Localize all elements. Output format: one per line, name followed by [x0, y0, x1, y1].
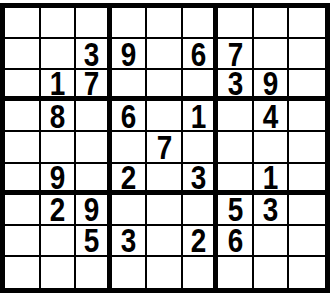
- cell-r7c7: 5: [218, 195, 254, 226]
- cell-r1c3[interactable]: [76, 8, 112, 39]
- cell-r7c2: 2: [41, 195, 77, 226]
- cell-r5c4[interactable]: [112, 132, 148, 163]
- cell-r4c4: 6: [112, 101, 148, 132]
- cell-r8c5[interactable]: [147, 226, 183, 257]
- given-digit: 9: [84, 195, 100, 226]
- given-digit: 5: [84, 226, 100, 257]
- given-digit: 2: [190, 226, 206, 257]
- cell-r9c8[interactable]: [254, 257, 290, 288]
- cell-r2c6: 6: [183, 39, 219, 70]
- given-digit: 9: [263, 70, 279, 100]
- cell-r9c5[interactable]: [147, 257, 183, 288]
- cell-r2c3: 3: [76, 39, 112, 70]
- given-digit: 7: [84, 70, 100, 100]
- cell-r4c8: 4: [254, 101, 290, 132]
- cell-r3c9[interactable]: [289, 70, 325, 101]
- cell-r2c9[interactable]: [289, 39, 325, 70]
- cell-r5c6[interactable]: [183, 132, 219, 163]
- cell-r8c4: 3: [112, 226, 148, 257]
- cell-r4c7[interactable]: [218, 101, 254, 132]
- cell-r1c6[interactable]: [183, 8, 219, 39]
- cell-r5c5: 7: [147, 132, 183, 163]
- given-digit: 3: [121, 226, 137, 257]
- cell-r9c6[interactable]: [183, 257, 219, 288]
- cell-r4c3[interactable]: [76, 101, 112, 132]
- cell-r4c2: 8: [41, 101, 77, 132]
- cell-r2c7: 7: [218, 39, 254, 70]
- cell-r5c3[interactable]: [76, 132, 112, 163]
- cell-r3c6[interactable]: [183, 70, 219, 101]
- cell-r6c3[interactable]: [76, 164, 112, 195]
- cell-r8c6: 2: [183, 226, 219, 257]
- cell-r2c4: 9: [112, 39, 148, 70]
- cell-r4c9[interactable]: [289, 101, 325, 132]
- given-digit: 9: [121, 39, 137, 70]
- given-digit: 9: [50, 164, 66, 194]
- cell-r7c5[interactable]: [147, 195, 183, 226]
- cell-r2c5[interactable]: [147, 39, 183, 70]
- cell-r9c7[interactable]: [218, 257, 254, 288]
- cell-r8c8[interactable]: [254, 226, 290, 257]
- cell-r8c7: 6: [218, 226, 254, 257]
- cell-r8c9[interactable]: [289, 226, 325, 257]
- cell-r7c1[interactable]: [5, 195, 41, 226]
- sudoku-board: 3967173986147923129535326: [0, 3, 330, 293]
- cell-r3c2: 1: [41, 70, 77, 101]
- given-digit: 6: [190, 39, 206, 70]
- cell-r6c4: 2: [112, 164, 148, 195]
- cell-r3c4[interactable]: [112, 70, 148, 101]
- cell-r9c3[interactable]: [76, 257, 112, 288]
- cell-r6c1[interactable]: [5, 164, 41, 195]
- cell-r1c2[interactable]: [41, 8, 77, 39]
- given-digit: 3: [190, 164, 206, 194]
- cell-r4c6: 1: [183, 101, 219, 132]
- cell-r8c3: 5: [76, 226, 112, 257]
- cell-r1c5[interactable]: [147, 8, 183, 39]
- given-digit: 8: [50, 101, 66, 132]
- cell-r6c2: 9: [41, 164, 77, 195]
- cell-r8c2[interactable]: [41, 226, 77, 257]
- cell-r5c7[interactable]: [218, 132, 254, 163]
- cell-r2c8[interactable]: [254, 39, 290, 70]
- cell-r8c1[interactable]: [5, 226, 41, 257]
- given-digit: 7: [156, 132, 172, 163]
- cell-r2c1[interactable]: [5, 39, 41, 70]
- given-digit: 5: [227, 195, 243, 226]
- cell-r2c2[interactable]: [41, 39, 77, 70]
- given-digit: 1: [50, 70, 66, 100]
- cell-r1c1[interactable]: [5, 8, 41, 39]
- given-digit: 3: [227, 70, 243, 100]
- given-digit: 2: [121, 164, 137, 194]
- cell-r5c8[interactable]: [254, 132, 290, 163]
- cell-r3c5[interactable]: [147, 70, 183, 101]
- given-digit: 3: [263, 195, 279, 226]
- cell-r4c5[interactable]: [147, 101, 183, 132]
- cell-r9c4[interactable]: [112, 257, 148, 288]
- given-digit: 1: [263, 164, 279, 194]
- cell-r1c7[interactable]: [218, 8, 254, 39]
- given-digit: 6: [227, 226, 243, 257]
- given-digit: 1: [190, 101, 206, 132]
- cell-r5c9[interactable]: [289, 132, 325, 163]
- cell-r7c9[interactable]: [289, 195, 325, 226]
- cell-r9c2[interactable]: [41, 257, 77, 288]
- cell-r3c8: 9: [254, 70, 290, 101]
- cell-r9c1[interactable]: [5, 257, 41, 288]
- cell-r7c8: 3: [254, 195, 290, 226]
- cell-r6c9[interactable]: [289, 164, 325, 195]
- cell-r5c2[interactable]: [41, 132, 77, 163]
- cell-r1c9[interactable]: [289, 8, 325, 39]
- given-digit: 4: [263, 101, 279, 132]
- cell-r5c1[interactable]: [5, 132, 41, 163]
- cell-r6c7[interactable]: [218, 164, 254, 195]
- cell-r1c4[interactable]: [112, 8, 148, 39]
- cell-r7c3: 9: [76, 195, 112, 226]
- given-digit: 2: [50, 195, 66, 226]
- cell-r4c1[interactable]: [5, 101, 41, 132]
- cell-r1c8[interactable]: [254, 8, 290, 39]
- cell-r6c8: 1: [254, 164, 290, 195]
- given-digit: 6: [121, 101, 137, 132]
- given-digit: 3: [84, 39, 100, 70]
- cell-r3c1[interactable]: [5, 70, 41, 101]
- cell-r7c4[interactable]: [112, 195, 148, 226]
- cell-r7c6[interactable]: [183, 195, 219, 226]
- given-digit: 7: [227, 39, 243, 70]
- cell-r3c3: 7: [76, 70, 112, 101]
- cell-r6c6: 3: [183, 164, 219, 195]
- cell-r9c9[interactable]: [289, 257, 325, 288]
- cell-r6c5[interactable]: [147, 164, 183, 195]
- cell-r3c7: 3: [218, 70, 254, 101]
